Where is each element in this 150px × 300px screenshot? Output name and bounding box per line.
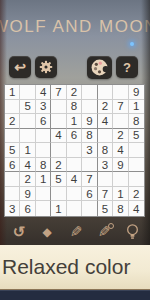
sudoku-cell[interactable]: 7	[51, 85, 66, 100]
sudoku-cell[interactable]: 7	[113, 100, 128, 115]
sudoku-cell[interactable]: 4	[98, 114, 113, 129]
sudoku-cell[interactable]: 3	[36, 100, 51, 115]
sudoku-app-screen: WOLF AND MOON ↩ ? 147295382712	[0, 0, 150, 300]
sudoku-cell[interactable]: 2	[98, 100, 113, 115]
sudoku-cell[interactable]: 4	[113, 143, 128, 158]
sudoku-cell[interactable]: 4	[36, 85, 51, 100]
pen-icon: ✎	[70, 223, 83, 241]
sudoku-cell[interactable]	[67, 201, 82, 216]
sudoku-cell[interactable]: 1	[20, 143, 35, 158]
sudoku-cell[interactable]: 4	[20, 158, 35, 173]
sudoku-cell[interactable]	[67, 143, 82, 158]
sudoku-cell[interactable]: 6	[5, 158, 20, 173]
sudoku-cell[interactable]	[98, 172, 113, 187]
sudoku-cell[interactable]: 2	[67, 85, 82, 100]
sudoku-cell[interactable]	[5, 172, 20, 187]
sudoku-cell[interactable]: 8	[129, 114, 144, 129]
sudoku-cell[interactable]: 6	[20, 201, 35, 216]
sudoku-cell[interactable]: 9	[20, 187, 35, 202]
sudoku-cell[interactable]	[129, 158, 144, 173]
sudoku-cell[interactable]	[5, 129, 20, 144]
sudoku-cell[interactable]: 5	[51, 172, 66, 187]
sudoku-cell[interactable]	[82, 100, 97, 115]
sudoku-cell[interactable]: 7	[98, 187, 113, 202]
sudoku-cell[interactable]	[129, 143, 144, 158]
notes-dot-icon	[108, 223, 114, 229]
sudoku-board: 1472953827126194846825513846482392154796…	[4, 84, 145, 217]
sudoku-cell[interactable]: 8	[113, 201, 128, 216]
question-mark-icon: ?	[123, 60, 131, 75]
sudoku-cell[interactable]: 8	[67, 100, 82, 115]
sudoku-cell[interactable]: 8	[36, 158, 51, 173]
sudoku-cell[interactable]	[5, 187, 20, 202]
sudoku-cell[interactable]	[36, 201, 51, 216]
sudoku-cell[interactable]: 9	[129, 85, 144, 100]
sudoku-cell[interactable]: 5	[129, 129, 144, 144]
sudoku-cell[interactable]: 6	[36, 114, 51, 129]
sudoku-cell[interactable]	[129, 172, 144, 187]
help-button[interactable]: ?	[116, 56, 138, 78]
settings-button[interactable]	[35, 56, 57, 78]
banner-text: Relaxed color	[0, 245, 150, 288]
notes-button[interactable]: ✎	[90, 221, 118, 243]
sudoku-cell[interactable]: 9	[82, 114, 97, 129]
hint-button[interactable]	[118, 221, 146, 243]
sudoku-cell[interactable]: 6	[82, 187, 97, 202]
undo-icon: ↺	[13, 223, 26, 241]
sudoku-cell[interactable]	[113, 85, 128, 100]
eraser-icon: ◆	[42, 225, 51, 239]
theme-banner[interactable]: Relaxed color	[0, 245, 150, 290]
sudoku-cell[interactable]: 2	[113, 129, 128, 144]
sudoku-cell[interactable]	[98, 85, 113, 100]
sudoku-cell[interactable]: 1	[36, 172, 51, 187]
sudoku-cell[interactable]	[20, 129, 35, 144]
sudoku-cell[interactable]: 1	[5, 85, 20, 100]
sudoku-cell[interactable]: 8	[98, 143, 113, 158]
eraser-button[interactable]: ◆	[33, 221, 61, 243]
sudoku-cell[interactable]	[20, 85, 35, 100]
sudoku-cell[interactable]: 2	[5, 114, 20, 129]
sudoku-cell[interactable]	[5, 100, 20, 115]
sudoku-cell[interactable]: 4	[51, 129, 66, 144]
sudoku-cell[interactable]: 2	[20, 172, 35, 187]
sudoku-cell[interactable]	[51, 187, 66, 202]
sudoku-cell[interactable]	[98, 129, 113, 144]
sudoku-cell[interactable]	[113, 114, 128, 129]
sudoku-cell[interactable]	[82, 85, 97, 100]
bottom-navigation-bar	[0, 290, 150, 300]
sudoku-cell[interactable]: 9	[113, 158, 128, 173]
gear-icon	[39, 60, 53, 74]
sudoku-cell[interactable]: 1	[129, 100, 144, 115]
sudoku-cell[interactable]	[51, 143, 66, 158]
pen-button[interactable]: ✎	[62, 221, 90, 243]
palette-icon	[90, 58, 109, 77]
sudoku-cell[interactable]: 4	[129, 201, 144, 216]
sudoku-cell[interactable]: 2	[129, 187, 144, 202]
sudoku-cell[interactable]: 1	[67, 114, 82, 129]
sudoku-cell[interactable]: 5	[20, 100, 35, 115]
lightbulb-icon	[126, 223, 139, 242]
app-title: WOLF AND MOON	[0, 17, 150, 37]
sudoku-cell[interactable]: 3	[98, 158, 113, 173]
sudoku-cell[interactable]	[51, 114, 66, 129]
sudoku-cell[interactable]: 7	[82, 172, 97, 187]
sudoku-cell[interactable]	[82, 201, 97, 216]
sudoku-cell[interactable]	[36, 129, 51, 144]
sudoku-cell[interactable]	[113, 172, 128, 187]
undo-button[interactable]: ↺	[5, 221, 33, 243]
theme-button[interactable]	[87, 56, 112, 79]
sudoku-cell[interactable]: 1	[51, 201, 66, 216]
sudoku-cell[interactable]	[36, 143, 51, 158]
sudoku-cell[interactable]	[36, 187, 51, 202]
sudoku-cell[interactable]	[67, 187, 82, 202]
sudoku-cell[interactable]: 3	[82, 143, 97, 158]
sudoku-cell[interactable]	[82, 158, 97, 173]
sudoku-cell[interactable]: 3	[5, 201, 20, 216]
sudoku-cell[interactable]: 4	[67, 172, 82, 187]
sudoku-cell[interactable]	[51, 100, 66, 115]
star-glow-decoration	[130, 42, 134, 46]
sudoku-cell[interactable]	[67, 158, 82, 173]
sudoku-cell[interactable]: 5	[5, 143, 20, 158]
sudoku-cell[interactable]: 8	[82, 129, 97, 144]
sudoku-cell[interactable]: 6	[67, 129, 82, 144]
sudoku-cell[interactable]	[20, 114, 35, 129]
back-arrow-icon: ↩	[14, 59, 26, 75]
sudoku-cell[interactable]: 5	[98, 201, 113, 216]
sudoku-cell[interactable]: 2	[51, 158, 66, 173]
back-button[interactable]: ↩	[9, 56, 31, 78]
sudoku-cell[interactable]: 1	[113, 187, 128, 202]
